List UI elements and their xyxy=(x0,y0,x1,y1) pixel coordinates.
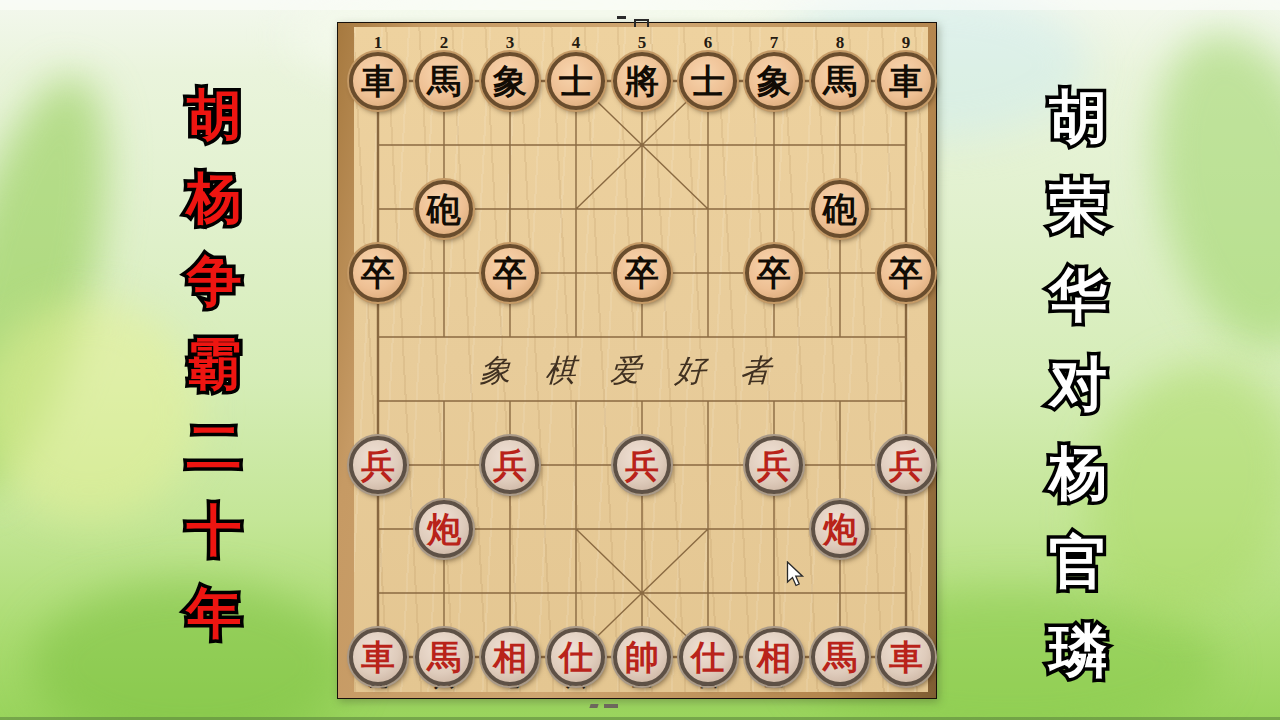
background-leaf-blob xyxy=(0,61,140,510)
xiangqi-board: 123456789 九八七六五四三二一 象棋爱好者 車馬象士將士象馬車砲砲卒卒卒… xyxy=(337,22,937,699)
top-coordinate: 6 xyxy=(704,33,713,53)
piece-red-相[interactable]: 相 xyxy=(481,628,539,686)
piece-red-馬[interactable]: 馬 xyxy=(811,628,869,686)
piece-black-將[interactable]: 將 xyxy=(613,52,671,110)
caption-char: 十 xyxy=(187,489,242,572)
piece-black-士[interactable]: 士 xyxy=(547,52,605,110)
top-coordinate: 5 xyxy=(638,33,647,53)
river-char: 者 xyxy=(739,349,772,392)
caption-char: 官 xyxy=(1049,517,1107,606)
top-coordinate: 9 xyxy=(902,33,911,53)
caption-char: 对 xyxy=(1049,339,1107,428)
clipped-ui-fragment-top xyxy=(617,13,649,31)
caption-char: 年 xyxy=(187,572,242,655)
clipped-ui-fragment-bottom xyxy=(590,694,618,712)
top-coordinate: 7 xyxy=(770,33,779,53)
piece-red-炮[interactable]: 炮 xyxy=(811,500,869,558)
piece-red-仕[interactable]: 仕 xyxy=(547,628,605,686)
frame-top-strip xyxy=(0,0,1280,10)
caption-char: 争 xyxy=(187,240,242,323)
river-char: 象 xyxy=(479,349,512,392)
piece-black-車[interactable]: 車 xyxy=(877,52,935,110)
piece-black-卒[interactable]: 卒 xyxy=(745,244,803,302)
river-char: 爱 xyxy=(609,349,642,392)
top-coordinate: 1 xyxy=(374,33,383,53)
piece-black-卒[interactable]: 卒 xyxy=(877,244,935,302)
piece-red-車[interactable]: 車 xyxy=(349,628,407,686)
piece-red-帥[interactable]: 帥 xyxy=(613,628,671,686)
caption-char: 胡 xyxy=(1049,72,1107,161)
piece-black-卒[interactable]: 卒 xyxy=(481,244,539,302)
piece-black-士[interactable]: 士 xyxy=(679,52,737,110)
piece-black-象[interactable]: 象 xyxy=(481,52,539,110)
piece-black-車[interactable]: 車 xyxy=(349,52,407,110)
piece-red-兵[interactable]: 兵 xyxy=(745,436,803,494)
piece-black-馬[interactable]: 馬 xyxy=(415,52,473,110)
caption-char: 霸 xyxy=(187,323,242,406)
top-coordinate: 2 xyxy=(440,33,449,53)
piece-red-馬[interactable]: 馬 xyxy=(415,628,473,686)
board-panel: 123456789 九八七六五四三二一 象棋爱好者 車馬象士將士象馬車砲砲卒卒卒… xyxy=(354,27,928,692)
caption-char: 荣 xyxy=(1049,161,1107,250)
left-caption: 胡杨争霸二十年 xyxy=(154,74,274,655)
background-leaf-blob xyxy=(1129,16,1280,364)
caption-char: 二 xyxy=(187,406,242,489)
piece-black-象[interactable]: 象 xyxy=(745,52,803,110)
piece-black-砲[interactable]: 砲 xyxy=(811,180,869,238)
caption-char: 华 xyxy=(1049,250,1107,339)
mouse-cursor xyxy=(786,561,806,588)
top-coordinate: 8 xyxy=(836,33,845,53)
piece-red-車[interactable]: 車 xyxy=(877,628,935,686)
piece-black-馬[interactable]: 馬 xyxy=(811,52,869,110)
piece-red-兵[interactable]: 兵 xyxy=(877,436,935,494)
piece-red-兵[interactable]: 兵 xyxy=(481,436,539,494)
top-coordinate: 3 xyxy=(506,33,515,53)
caption-char: 杨 xyxy=(187,157,242,240)
piece-red-相[interactable]: 相 xyxy=(745,628,803,686)
piece-red-兵[interactable]: 兵 xyxy=(349,436,407,494)
river-char: 好 xyxy=(674,349,707,392)
river-text: 象棋爱好者 xyxy=(338,343,912,399)
piece-red-炮[interactable]: 炮 xyxy=(415,500,473,558)
caption-char: 璘 xyxy=(1049,606,1107,695)
top-coordinate: 4 xyxy=(572,33,581,53)
caption-char: 杨 xyxy=(1049,428,1107,517)
piece-black-砲[interactable]: 砲 xyxy=(415,180,473,238)
river-char: 棋 xyxy=(544,349,577,392)
piece-black-卒[interactable]: 卒 xyxy=(613,244,671,302)
piece-red-仕[interactable]: 仕 xyxy=(679,628,737,686)
piece-red-兵[interactable]: 兵 xyxy=(613,436,671,494)
right-caption: 胡荣华对杨官璘 xyxy=(1018,72,1138,695)
caption-char: 胡 xyxy=(187,74,242,157)
piece-black-卒[interactable]: 卒 xyxy=(349,244,407,302)
